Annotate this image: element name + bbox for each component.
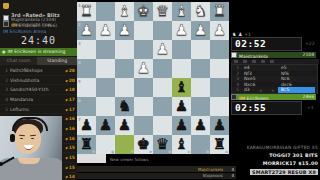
black-pawn[interactable]: ♟ [210, 116, 229, 135]
flame-icon: ◆ [65, 108, 68, 112]
standings-score: ◆15 [65, 145, 75, 150]
square-c3[interactable] [172, 40, 191, 59]
square-a6[interactable] [210, 97, 229, 116]
standings-rank: 1 [0, 68, 8, 73]
black-pawn[interactable]: ♟ [191, 116, 210, 135]
square-d8[interactable]: ♛d [153, 135, 172, 154]
flame-icon: ◆ [65, 175, 68, 179]
black-player-bar[interactable]: IM EricRosen 2466 [231, 94, 316, 100]
flame-icon: ◆ [65, 156, 68, 160]
move-nav: «»□ [231, 88, 316, 93]
square-e6[interactable] [134, 97, 153, 116]
chess-board[interactable]: ♜1♝♚♛♝♞♜♟2♟♟♟♟♟3♟4♟5♝6♞♟♟7♟♟♟♟♟♜8hgf♚e♛d… [77, 2, 229, 154]
white-color-icon [231, 52, 237, 58]
white-player-bar[interactable]: Majstrankela 2104 [231, 52, 316, 58]
tournament-timer: 24:40 [0, 35, 77, 46]
move-nav-button-2[interactable]: □ [283, 88, 287, 93]
white-pawn[interactable]: ♟ [210, 21, 229, 40]
player-title-badge: IM [239, 96, 245, 100]
square-f8[interactable]: f [115, 135, 134, 154]
square-e5[interactable] [134, 78, 153, 97]
standings-player-name: SandroY450-Y1th [10, 87, 65, 92]
standings-rank: 2 [0, 78, 8, 83]
square-g6[interactable] [96, 97, 115, 116]
square-g4[interactable] [96, 59, 115, 78]
headphone-earcup [10, 134, 15, 142]
square-f7[interactable]: ♟ [115, 116, 134, 135]
square-b1[interactable]: ♞ [191, 2, 210, 21]
alerts: KARASUMORBIGAN GIFTED X5TOGGI7 301 BITSM… [229, 144, 318, 176]
overlay-box [77, 154, 106, 163]
white-pawn[interactable]: ♟ [153, 40, 172, 59]
square-g7[interactable]: ♟ [96, 116, 115, 135]
file-coord: f [131, 149, 133, 154]
flame-icon: ◆ [65, 146, 68, 150]
streaming-banner-label: IM EricRosen is streaming [8, 49, 66, 54]
stream-frame: 3rd «Rated» Blitz Playing right now Majs… [0, 0, 320, 180]
standings-row[interactable]: 4Mandanza◆17 [0, 95, 77, 105]
black-color-icon [231, 94, 237, 100]
square-c8[interactable]: ♝c [172, 135, 191, 154]
move-list-toolbar[interactable] [231, 59, 319, 64]
alert-row: MORRICK17 $15.00 [229, 160, 318, 168]
tab-chat-room[interactable]: Chat room [0, 57, 37, 65]
headphones-icon [12, 117, 48, 131]
square-h4[interactable]: 4 [77, 59, 96, 78]
square-f2[interactable]: ♟ [115, 21, 134, 40]
standings-player-name: Lefturno [10, 107, 65, 112]
tab-standing[interactable]: Standing [37, 57, 77, 65]
square-b8[interactable]: b [191, 135, 210, 154]
white-knight[interactable]: ♞ [191, 2, 210, 21]
square-h5[interactable]: 5 [77, 78, 96, 97]
flame-icon: ◆ [65, 79, 68, 83]
white-player-name: Majstrankela [239, 54, 268, 58]
white-king[interactable]: ♚ [134, 2, 153, 21]
sidebar-tabs: Chat room Standing [0, 57, 77, 65]
live-dot-icon: ● [2, 49, 6, 54]
standings-player-name: Vishnubhotla [10, 78, 65, 83]
square-d6[interactable] [153, 97, 172, 116]
black-pawn[interactable]: ♟ [96, 116, 115, 135]
square-d5[interactable] [153, 78, 172, 97]
flame-icon: ◆ [65, 98, 68, 102]
standings-score: ◆17 [65, 107, 75, 112]
square-c5[interactable]: ♝ [172, 78, 191, 97]
standings-rank: 3 [0, 87, 8, 92]
square-e1[interactable]: ♚ [134, 2, 153, 21]
square-f5[interactable] [115, 78, 134, 97]
rank-coord: 5 [78, 79, 81, 84]
square-h2[interactable]: ♟2 [77, 21, 96, 40]
standings-score: ◆14 [65, 174, 75, 179]
square-d7[interactable] [153, 116, 172, 135]
square-c1[interactable]: ♝ [172, 2, 191, 21]
trophy-icon [3, 3, 9, 9]
standings-row[interactable]: 1PathOfBishops◆28 [0, 66, 77, 76]
square-a3[interactable] [210, 40, 229, 59]
white-rook[interactable]: ♜ [210, 2, 229, 21]
black-bishop[interactable]: ♝ [172, 78, 191, 97]
rank-coord: 4 [78, 60, 81, 65]
standings-score: ◆15 [65, 155, 75, 160]
streaming-banner[interactable]: ●IM EricRosen is streaming [0, 48, 77, 56]
black-pawn[interactable]: ♟ [172, 116, 191, 135]
square-f1[interactable]: ♝ [115, 2, 134, 21]
square-a8[interactable]: ♜a [210, 135, 229, 154]
square-d2[interactable] [153, 21, 172, 40]
white-bishop[interactable]: ♝ [115, 2, 134, 21]
black-clock-note: +1 [307, 105, 314, 110]
square-g5[interactable] [96, 78, 115, 97]
square-h3[interactable]: 3 [77, 40, 96, 59]
black-pawn[interactable]: ♟ [172, 97, 191, 116]
overlay-caption: New viewer follows [110, 157, 148, 162]
white-clock-note: +22 [305, 41, 315, 46]
move-nav-button-1[interactable]: » [271, 88, 274, 93]
square-e3[interactable] [134, 40, 153, 59]
white-pawn[interactable]: ♟ [172, 21, 191, 40]
black-player-name: EricRosen [247, 96, 269, 100]
standings-rank: 5 [0, 107, 8, 112]
file-coord: a [225, 149, 228, 154]
square-c6[interactable]: ♟ [172, 97, 191, 116]
duel-row[interactable]: Stojanovic4 [77, 173, 236, 179]
square-b2[interactable]: ♟ [191, 21, 210, 40]
standings-player-name: Mandanza [10, 97, 65, 102]
square-g2[interactable]: ♟ [96, 21, 115, 40]
square-b4[interactable] [191, 59, 210, 78]
file-coord: b [206, 149, 209, 154]
alert-row: KARASUMORBIGAN GIFTED X5 [229, 144, 318, 152]
featured-black-player[interactable]: IM EricRosen (2466) [3, 21, 57, 28]
player-title-badge: IM [11, 23, 17, 28]
black-knight[interactable]: ♞ [115, 97, 134, 116]
alert-row: SMART2729 RESUB X8 [229, 168, 318, 176]
square-h6[interactable]: 6 [77, 97, 96, 116]
square-a4[interactable] [210, 59, 229, 78]
square-c2[interactable]: ♟ [172, 21, 191, 40]
square-f4[interactable] [115, 59, 134, 78]
square-h1[interactable]: ♜1 [77, 2, 96, 21]
square-d4[interactable] [153, 59, 172, 78]
square-d3[interactable]: ♟ [153, 40, 172, 59]
black-clock: 02:55 [231, 101, 302, 115]
flame-icon: ◆ [65, 117, 68, 121]
rank-coord: 2 [78, 22, 81, 27]
file-coord: c [188, 149, 190, 154]
rank-coord: 3 [78, 41, 81, 46]
webcam [0, 116, 62, 180]
standings-score: ◆15 [65, 165, 75, 170]
square-b6[interactable] [191, 97, 210, 116]
featured-black-label: EricRosen (2466) [19, 23, 57, 28]
square-e4[interactable]: ♟ [134, 59, 153, 78]
standings-row[interactable]: 3SandroY450-Y1th◆18 [0, 85, 77, 95]
file-coord: e [149, 149, 152, 154]
square-e7[interactable] [134, 116, 153, 135]
rank-coord: 8 [78, 136, 81, 141]
white-player-rating: 2104 [303, 52, 314, 58]
flame-icon: ◆ [65, 137, 68, 141]
standings-score: ◆28 [65, 68, 75, 73]
collar [18, 158, 40, 164]
standings-row[interactable]: 2Vishnubhotla◆20 [0, 76, 77, 86]
square-a2[interactable]: ♟ [210, 21, 229, 40]
arena-link[interactable]: IM EricRosen Arena [3, 29, 46, 34]
standings-rank: 4 [0, 97, 8, 102]
alert-row: TOGGI7 301 BITS [229, 152, 318, 160]
rank-coord: 6 [78, 98, 81, 103]
duel-player-name: Majstrankela [77, 167, 223, 172]
square-a1[interactable]: ♜ [210, 2, 229, 21]
square-g8[interactable]: g [96, 135, 115, 154]
square-g1[interactable] [96, 2, 115, 21]
standings-score: ◆20 [65, 78, 75, 83]
square-h8[interactable]: ♜8h [77, 135, 96, 154]
square-b3[interactable] [191, 40, 210, 59]
black-color-icon [3, 21, 9, 27]
move-nav-button-0[interactable]: « [260, 88, 263, 93]
file-coord: g [111, 149, 114, 154]
rank-coord: 7 [78, 117, 81, 122]
square-e2[interactable] [134, 21, 153, 40]
square-g3[interactable] [96, 40, 115, 59]
white-pawn[interactable]: ♟ [134, 59, 153, 78]
white-bishop[interactable]: ♝ [172, 2, 191, 21]
square-f3[interactable] [115, 40, 134, 59]
duel-player-name: Stojanovic [77, 173, 223, 178]
square-f6[interactable]: ♞ [115, 97, 134, 116]
square-b7[interactable]: ♟ [191, 116, 210, 135]
square-a5[interactable] [210, 78, 229, 97]
white-clock: 02:52 [231, 37, 302, 51]
flame-icon: ◆ [65, 88, 68, 92]
standings-score: ◆16 [65, 116, 75, 121]
standings-score: ◆16 [65, 136, 75, 141]
square-e8[interactable]: ♚e [134, 135, 153, 154]
flame-icon: ◆ [65, 166, 68, 170]
standings-score: ◆16 [65, 126, 75, 131]
file-coord: h [92, 149, 95, 154]
flame-icon: ◆ [65, 127, 68, 131]
flame-icon: ◆ [65, 69, 68, 73]
square-c4[interactable] [172, 59, 191, 78]
black-player-rating: 2466 [303, 94, 314, 100]
square-c7[interactable]: ♟ [172, 116, 191, 135]
square-a7[interactable]: ♟ [210, 116, 229, 135]
standings-player-name: PathOfBishops [10, 68, 65, 73]
standings-row[interactable]: 5Lefturno◆17 [0, 105, 77, 115]
square-d1[interactable]: ♛ [153, 2, 172, 21]
square-h7[interactable]: ♟7 [77, 116, 96, 135]
black-pawn[interactable]: ♟ [115, 116, 134, 135]
alert-chip: SMART2729 RESUB X8 [250, 169, 318, 175]
file-coord: d [168, 149, 171, 154]
white-queen[interactable]: ♛ [153, 2, 172, 21]
white-pawn[interactable]: ♟ [115, 21, 134, 40]
standings-score: ◆17 [65, 97, 75, 102]
duel-list: Majstrankela4Stojanovic4 [77, 166, 236, 179]
rank-coord: 1 [78, 3, 81, 8]
duel-row[interactable]: Majstrankela4 [77, 166, 236, 172]
standings-score: ◆18 [65, 87, 75, 92]
square-b5[interactable] [191, 78, 210, 97]
white-pawn[interactable]: ♟ [96, 21, 115, 40]
white-pawn[interactable]: ♟ [191, 21, 210, 40]
